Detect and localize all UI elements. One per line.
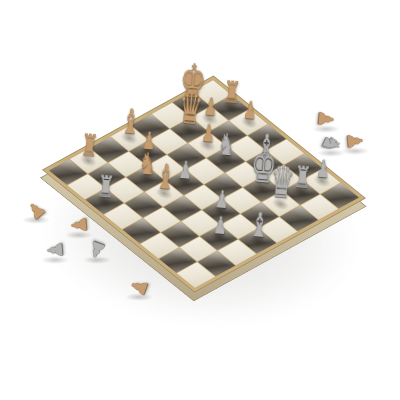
piece-silver-knight-d6[interactable]: ♞ [207, 128, 247, 161]
piece-silver-pawn-f4[interactable]: ♟ [203, 186, 242, 213]
piece-silver-rook-c1[interactable]: ♜ [86, 170, 126, 203]
piece-wood-bishop-d3[interactable]: ♝ [145, 158, 185, 195]
product-photo-canvas: ♜♟♟♚♟♝♜♛♟♞♚♛♝♟♟♟♝♞♝♟♜♜ ♟♟♟♟♟♟♞♟ [0, 0, 400, 400]
piece-silver-pawn-g3[interactable]: ♟ [200, 212, 239, 239]
piece-wood-rook-a2[interactable]: ♜ [70, 129, 110, 162]
captured-wood-pawn-8[interactable]: ♟ [344, 125, 367, 157]
piece-silver-bishop-h4[interactable]: ♝ [239, 206, 279, 243]
piece-silver-queen-g6[interactable]: ♛ [262, 158, 303, 205]
piece-wood-pawn-c8[interactable]: ♟ [230, 97, 269, 124]
captured-silver-pawn-3[interactable]: ♟ [44, 234, 67, 266]
